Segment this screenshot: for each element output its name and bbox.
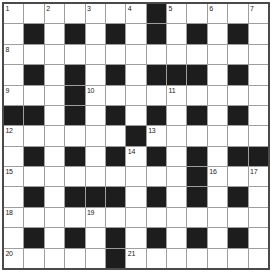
clue-number-3: 3 [87,4,91,13]
white-cell-r5c3[interactable] [45,86,64,105]
clue-number-1: 1 [6,4,10,13]
white-cell-r12c5[interactable] [86,228,105,247]
white-cell-r8c3[interactable] [45,147,64,166]
white-cell-r7c4[interactable] [65,126,84,145]
white-cell-r4c13[interactable] [249,65,268,84]
black-cell-r12c12 [228,228,247,247]
white-cell-r2c3[interactable] [45,24,64,43]
white-cell-r3c2[interactable] [24,45,43,64]
white-cell-r13c9[interactable] [167,249,186,268]
white-cell-r6c3[interactable] [45,106,64,125]
black-cell-r6c1 [4,106,23,125]
black-cell-r6c2 [24,106,43,125]
white-cell-r11c2[interactable] [24,208,43,227]
white-cell-r4c7[interactable] [126,65,145,84]
white-cell-r5c9[interactable]: 11 [167,86,186,105]
black-cell-r4c4 [65,65,84,84]
black-cell-r6c10 [187,106,206,125]
clue-number-10: 10 [87,86,94,95]
white-cell-r2c9[interactable] [167,24,186,43]
black-cell-r8c4 [65,147,84,166]
black-cell-r12c8 [147,228,166,247]
white-cell-r12c3[interactable] [45,228,64,247]
clue-number-6: 6 [209,4,213,13]
white-cell-r5c6[interactable] [106,86,125,105]
black-cell-r8c6 [106,147,125,166]
white-cell-r1c1[interactable]: 1 [4,4,23,23]
white-cell-r12c13[interactable] [249,228,268,247]
white-cell-r13c1[interactable]: 20 [4,249,23,268]
white-cell-r13c7[interactable]: 21 [126,249,145,268]
black-cell-r10c10 [187,187,206,206]
white-cell-r6c9[interactable] [167,106,186,125]
black-cell-r8c13 [249,147,268,166]
white-cell-r11c10[interactable] [187,208,206,227]
black-cell-r4c2 [24,65,43,84]
white-cell-r11c8[interactable] [147,208,166,227]
black-cell-r8c10 [187,147,206,166]
white-cell-r3c13[interactable] [249,45,268,64]
white-cell-r8c9[interactable] [167,147,186,166]
white-cell-r12c7[interactable] [126,228,145,247]
white-cell-r13c4[interactable] [65,249,84,268]
white-cell-r13c11[interactable] [208,249,227,268]
black-cell-r2c8 [147,24,166,43]
black-cell-r2c2 [24,24,43,43]
white-cell-r5c11[interactable] [208,86,227,105]
black-cell-r6c4 [65,106,84,125]
white-cell-r1c13[interactable]: 7 [249,4,268,23]
clue-number-11: 11 [169,86,176,95]
black-cell-r4c8 [147,65,166,84]
black-cell-r2c12 [228,24,247,43]
white-cell-r5c2[interactable] [24,86,43,105]
white-cell-r5c1[interactable]: 9 [4,86,23,105]
black-cell-r10c5 [86,187,105,206]
clue-number-13: 13 [148,126,155,135]
clue-number-8: 8 [6,45,10,54]
black-cell-r10c6 [106,187,125,206]
white-cell-r7c12[interactable] [228,126,247,145]
white-cell-r5c12[interactable] [228,86,247,105]
white-cell-r11c1[interactable]: 18 [4,208,23,227]
white-cell-r3c4[interactable] [65,45,84,64]
clue-number-7: 7 [250,4,254,13]
white-cell-r6c7[interactable] [126,106,145,125]
white-cell-r1c11[interactable]: 6 [208,4,227,23]
white-cell-r11c13[interactable] [249,208,268,227]
white-cell-r9c8[interactable] [147,167,166,186]
white-cell-r11c5[interactable]: 19 [86,208,105,227]
clue-number-16: 16 [209,167,216,176]
clue-number-4: 4 [128,4,132,13]
white-cell-r11c12[interactable] [228,208,247,227]
white-cell-r9c3[interactable] [45,167,64,186]
white-cell-r8c7[interactable]: 14 [126,147,145,166]
white-cell-r3c8[interactable] [147,45,166,64]
black-cell-r7c7 [126,126,145,145]
white-cell-r9c13[interactable]: 17 [249,167,268,186]
black-cell-r12c10 [187,228,206,247]
black-cell-r4c10 [187,65,206,84]
black-cell-r12c2 [24,228,43,247]
white-cell-r1c10[interactable] [187,4,206,23]
black-cell-r12c4 [65,228,84,247]
white-cell-r3c5[interactable] [86,45,105,64]
white-cell-r9c1[interactable]: 15 [4,167,23,186]
white-cell-r7c9[interactable] [167,126,186,145]
clue-number-19: 19 [87,208,94,217]
black-cell-r5c4 [65,86,84,105]
clue-number-20: 20 [6,249,13,258]
white-cell-r11c4[interactable] [65,208,84,227]
white-cell-r12c11[interactable] [208,228,227,247]
black-cell-r4c9 [167,65,186,84]
white-cell-r8c5[interactable] [86,147,105,166]
black-cell-r10c2 [24,187,43,206]
white-cell-r9c7[interactable] [126,167,145,186]
white-cell-r1c2[interactable] [24,4,43,23]
white-cell-r9c12[interactable] [228,167,247,186]
white-cell-r3c3[interactable] [45,45,64,64]
white-cell-r12c1[interactable] [4,228,23,247]
white-cell-r7c13[interactable] [249,126,268,145]
white-cell-r3c12[interactable] [228,45,247,64]
white-cell-r11c6[interactable] [106,208,125,227]
white-cell-r7c6[interactable] [106,126,125,145]
white-cell-r10c9[interactable] [167,187,186,206]
black-cell-r2c10 [187,24,206,43]
white-cell-r9c11[interactable]: 16 [208,167,227,186]
white-cell-r2c11[interactable] [208,24,227,43]
white-cell-r10c3[interactable] [45,187,64,206]
white-cell-r12c9[interactable] [167,228,186,247]
white-cell-r13c8[interactable] [147,249,166,268]
white-cell-r5c5[interactable]: 10 [86,86,105,105]
white-cell-r3c1[interactable]: 8 [4,45,23,64]
black-cell-r2c4 [65,24,84,43]
clue-number-21: 21 [128,249,135,258]
black-cell-r2c6 [106,24,125,43]
clue-number-14: 14 [128,147,135,156]
white-cell-r5c7[interactable] [126,86,145,105]
white-cell-r7c2[interactable] [24,126,43,145]
white-cell-r10c1[interactable] [4,187,23,206]
white-cell-r7c11[interactable] [208,126,227,145]
white-cell-r6c11[interactable] [208,106,227,125]
white-cell-r4c3[interactable] [45,65,64,84]
white-cell-r1c9[interactable]: 5 [167,4,186,23]
white-cell-r2c7[interactable] [126,24,145,43]
black-cell-r13c6 [106,249,125,268]
clue-number-2: 2 [46,4,50,13]
black-cell-r9c10 [187,167,206,186]
black-cell-r6c8 [147,106,166,125]
white-cell-r8c11[interactable] [208,147,227,166]
white-cell-r3c9[interactable] [167,45,186,64]
black-cell-r4c12 [228,65,247,84]
clue-number-17: 17 [250,167,257,176]
white-cell-r5c8[interactable] [147,86,166,105]
white-cell-r11c11[interactable] [208,208,227,227]
black-cell-r10c4 [65,187,84,206]
clue-number-5: 5 [169,4,173,13]
clue-number-9: 9 [6,86,10,95]
white-cell-r13c13[interactable] [249,249,268,268]
white-cell-r10c11[interactable] [208,187,227,206]
crossword-grid: 123456789101112131415161718192021 [2,2,270,270]
white-cell-r10c7[interactable] [126,187,145,206]
white-cell-r1c4[interactable] [65,4,84,23]
white-cell-r9c9[interactable] [167,167,186,186]
crossword-page: 123456789101112131415161718192021 [0,0,273,273]
white-cell-r13c2[interactable] [24,249,43,268]
clue-number-18: 18 [6,208,13,217]
clue-number-12: 12 [6,126,13,135]
white-cell-r3c6[interactable] [106,45,125,64]
white-cell-r7c5[interactable] [86,126,105,145]
white-cell-r11c9[interactable] [167,208,186,227]
clue-number-15: 15 [6,167,13,176]
white-cell-r11c3[interactable] [45,208,64,227]
white-cell-r1c7[interactable]: 4 [126,4,145,23]
black-cell-r4c6 [106,65,125,84]
white-cell-r4c11[interactable] [208,65,227,84]
white-cell-r3c7[interactable] [126,45,145,64]
white-cell-r13c3[interactable] [45,249,64,268]
white-cell-r3c10[interactable] [187,45,206,64]
white-cell-r13c5[interactable] [86,249,105,268]
black-cell-r1c8 [147,4,166,23]
white-cell-r9c5[interactable] [86,167,105,186]
white-cell-r4c1[interactable] [4,65,23,84]
white-cell-r3c11[interactable] [208,45,227,64]
black-cell-r12c6 [106,228,125,247]
white-cell-r1c12[interactable] [228,4,247,23]
white-cell-r6c5[interactable] [86,106,105,125]
black-cell-r8c8 [147,147,166,166]
white-cell-r9c4[interactable] [65,167,84,186]
white-cell-r7c3[interactable] [45,126,64,145]
white-cell-r2c5[interactable] [86,24,105,43]
white-cell-r13c12[interactable] [228,249,247,268]
black-cell-r6c12 [228,106,247,125]
white-cell-r5c13[interactable] [249,86,268,105]
white-cell-r8c1[interactable] [4,147,23,166]
white-cell-r9c2[interactable] [24,167,43,186]
black-cell-r8c12 [228,147,247,166]
white-cell-r13c10[interactable] [187,249,206,268]
white-cell-r5c10[interactable] [187,86,206,105]
black-cell-r8c2 [24,147,43,166]
black-cell-r10c12 [228,187,247,206]
white-cell-r4c5[interactable] [86,65,105,84]
white-cell-r7c8[interactable]: 13 [147,126,166,145]
white-cell-r1c6[interactable] [106,4,125,23]
black-cell-r10c8 [147,187,166,206]
black-cell-r6c6 [106,106,125,125]
white-cell-r10c13[interactable] [249,187,268,206]
white-cell-r1c3[interactable]: 2 [45,4,64,23]
white-cell-r2c1[interactable] [4,24,23,43]
white-cell-r6c13[interactable] [249,106,268,125]
white-cell-r11c7[interactable] [126,208,145,227]
white-cell-r2c13[interactable] [249,24,268,43]
white-cell-r9c6[interactable] [106,167,125,186]
white-cell-r7c1[interactable]: 12 [4,126,23,145]
white-cell-r7c10[interactable] [187,126,206,145]
white-cell-r1c5[interactable]: 3 [86,4,105,23]
